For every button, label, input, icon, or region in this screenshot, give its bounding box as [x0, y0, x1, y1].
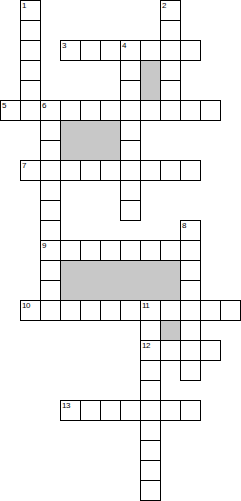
cell[interactable]	[20, 300, 41, 321]
cell[interactable]	[40, 280, 61, 301]
cell[interactable]	[180, 260, 201, 281]
cell[interactable]	[160, 0, 181, 21]
cell[interactable]	[120, 100, 141, 121]
cell[interactable]	[180, 40, 201, 61]
cell[interactable]	[60, 40, 81, 61]
cell[interactable]	[180, 160, 201, 181]
cell[interactable]	[140, 240, 161, 261]
cell[interactable]	[40, 100, 61, 121]
cell[interactable]	[140, 460, 161, 481]
cell[interactable]	[120, 160, 141, 181]
cell[interactable]	[60, 240, 81, 261]
cell[interactable]	[180, 280, 201, 301]
shaded-block	[60, 120, 121, 161]
cell[interactable]	[100, 40, 121, 61]
cell[interactable]	[140, 340, 161, 361]
cell[interactable]	[40, 200, 61, 221]
cell[interactable]	[160, 100, 181, 121]
cell[interactable]	[20, 100, 41, 121]
cell[interactable]	[20, 40, 41, 61]
cell[interactable]	[100, 160, 121, 181]
cell[interactable]	[40, 260, 61, 281]
cell[interactable]	[220, 300, 241, 321]
cell[interactable]	[80, 160, 101, 181]
cell[interactable]	[40, 140, 61, 161]
cell[interactable]	[140, 40, 161, 61]
cell[interactable]	[60, 100, 81, 121]
cell[interactable]	[140, 160, 161, 181]
cell[interactable]	[120, 400, 141, 421]
cell[interactable]	[40, 240, 61, 261]
cell[interactable]	[180, 400, 201, 421]
cell[interactable]	[160, 400, 181, 421]
cell[interactable]	[160, 300, 181, 321]
shaded-block	[160, 320, 181, 341]
cell[interactable]	[160, 40, 181, 61]
cell[interactable]	[140, 480, 161, 501]
cell[interactable]	[120, 60, 141, 81]
cell[interactable]	[160, 20, 181, 41]
cell[interactable]	[0, 100, 21, 121]
cell[interactable]	[200, 340, 221, 361]
cell[interactable]	[40, 120, 61, 141]
cell[interactable]	[20, 80, 41, 101]
cell[interactable]	[120, 240, 141, 261]
cell[interactable]	[160, 340, 181, 361]
cell[interactable]	[120, 80, 141, 101]
cell[interactable]	[180, 240, 201, 261]
cell[interactable]	[40, 300, 61, 321]
cell[interactable]	[80, 40, 101, 61]
cell[interactable]	[120, 200, 141, 221]
cell[interactable]	[20, 0, 41, 21]
shaded-block	[140, 60, 161, 101]
cell[interactable]	[40, 220, 61, 241]
cell[interactable]	[100, 100, 121, 121]
cell[interactable]	[80, 240, 101, 261]
cell[interactable]	[140, 440, 161, 461]
crossword-grid: 12345678910111213	[0, 0, 241, 501]
cell[interactable]	[120, 140, 141, 161]
cell[interactable]	[40, 180, 61, 201]
cell[interactable]	[180, 220, 201, 241]
cell[interactable]	[60, 400, 81, 421]
cell[interactable]	[160, 240, 181, 261]
cell[interactable]	[80, 400, 101, 421]
cell[interactable]	[60, 160, 81, 181]
cell[interactable]	[100, 300, 121, 321]
cell[interactable]	[140, 400, 161, 421]
cell[interactable]	[20, 160, 41, 181]
cell[interactable]	[120, 180, 141, 201]
cell[interactable]	[20, 60, 41, 81]
cell[interactable]	[160, 60, 181, 81]
cell[interactable]	[140, 380, 161, 401]
cell[interactable]	[200, 100, 221, 121]
cell[interactable]	[140, 360, 161, 381]
cell[interactable]	[100, 240, 121, 261]
cell[interactable]	[180, 100, 201, 121]
cell[interactable]	[180, 360, 201, 381]
shaded-block	[60, 260, 181, 301]
cell[interactable]	[140, 300, 161, 321]
cell[interactable]	[180, 340, 201, 361]
cell[interactable]	[200, 300, 221, 321]
cell[interactable]	[100, 400, 121, 421]
cell[interactable]	[140, 320, 161, 341]
cell[interactable]	[120, 40, 141, 61]
cell[interactable]	[120, 120, 141, 141]
cell[interactable]	[180, 320, 201, 341]
cell[interactable]	[140, 100, 161, 121]
cell[interactable]	[180, 300, 201, 321]
cell[interactable]	[160, 80, 181, 101]
cell[interactable]	[120, 300, 141, 321]
cell[interactable]	[20, 20, 41, 41]
cell[interactable]	[140, 420, 161, 441]
cell[interactable]	[40, 160, 61, 181]
cell[interactable]	[60, 300, 81, 321]
cell[interactable]	[80, 100, 101, 121]
cell[interactable]	[160, 160, 181, 181]
cell[interactable]	[80, 300, 101, 321]
